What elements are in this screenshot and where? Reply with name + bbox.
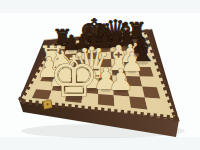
product-photo: ♜♚♞♛♝♜♟♟♟♟♟♟♟♟♝♜♝♟♟♞♛♟♟♟♟♚ Wooden foldin… bbox=[0, 0, 200, 150]
square-g1 bbox=[129, 96, 147, 109]
piece-white-king-c1: ♚ bbox=[49, 44, 99, 109]
chess-set-photo: ♜♚♞♛♝♜♟♟♟♟♟♟♟♟♝♜♝♟♟♞♛♟♟♟♟♚ bbox=[0, 0, 200, 150]
square-f1 bbox=[114, 95, 131, 108]
piece-white-pawn-f2: ♟ bbox=[108, 62, 135, 97]
